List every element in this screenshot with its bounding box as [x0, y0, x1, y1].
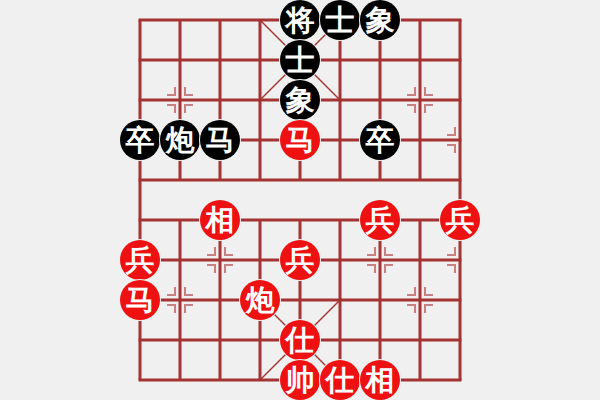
piece-red-soldier[interactable]: 兵 — [360, 200, 400, 240]
xiangqi-board: 将士象士象卒炮马马卒相兵兵兵兵马炮仕帅仕相 — [0, 0, 600, 400]
piece-black-horse[interactable]: 马 — [200, 120, 240, 160]
piece-black-cannon[interactable]: 炮 — [160, 120, 200, 160]
piece-red-cannon[interactable]: 炮 — [240, 280, 280, 320]
piece-red-horse[interactable]: 马 — [280, 120, 320, 160]
piece-red-king[interactable]: 帅 — [280, 360, 320, 400]
pieces-layer: 将士象士象卒炮马马卒相兵兵兵兵马炮仕帅仕相 — [0, 0, 600, 400]
piece-black-advisor[interactable]: 士 — [280, 40, 320, 80]
piece-black-elephant[interactable]: 象 — [280, 80, 320, 120]
piece-red-advisor[interactable]: 仕 — [320, 360, 360, 400]
piece-black-soldier[interactable]: 卒 — [360, 120, 400, 160]
piece-black-advisor[interactable]: 士 — [320, 0, 360, 40]
piece-red-elephant[interactable]: 相 — [200, 200, 240, 240]
piece-red-elephant[interactable]: 相 — [360, 360, 400, 400]
piece-black-elephant[interactable]: 象 — [360, 0, 400, 40]
piece-red-soldier[interactable]: 兵 — [120, 240, 160, 280]
piece-red-advisor[interactable]: 仕 — [280, 320, 320, 360]
piece-black-general[interactable]: 将 — [280, 0, 320, 40]
piece-red-horse[interactable]: 马 — [120, 280, 160, 320]
piece-black-soldier[interactable]: 卒 — [120, 120, 160, 160]
piece-red-soldier[interactable]: 兵 — [280, 240, 320, 280]
piece-red-soldier[interactable]: 兵 — [440, 200, 480, 240]
